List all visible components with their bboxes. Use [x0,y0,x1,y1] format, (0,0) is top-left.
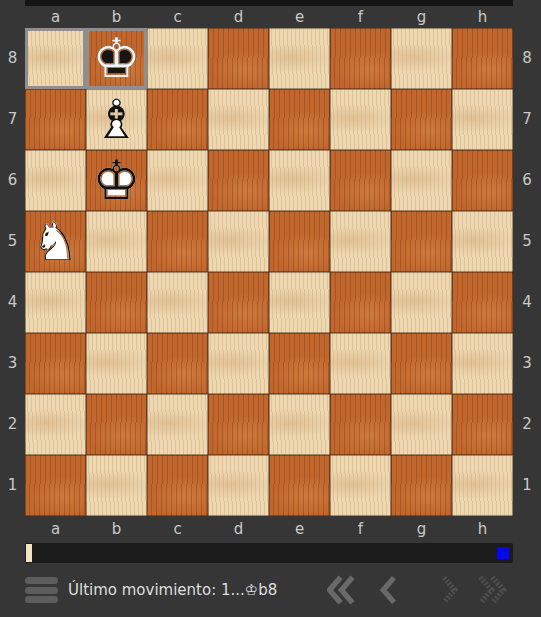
square-c6[interactable] [147,150,208,211]
square-b5[interactable] [86,211,147,272]
rank-coordinates-right: 87654321 [513,28,541,516]
file-label-b: b [86,6,147,28]
rank-label-6: 6 [0,150,25,211]
square-e1[interactable] [269,455,330,516]
square-b8[interactable]: ♚♔ [86,28,147,89]
square-c3[interactable] [147,333,208,394]
rank-label-8: 8 [513,28,541,89]
rank-label-3: 3 [513,333,541,394]
go-to-start-button[interactable] [327,572,361,608]
white-knight[interactable]: ♞♘ [25,211,86,272]
menu-button[interactable] [25,575,58,605]
square-d3[interactable] [208,333,269,394]
rank-coordinates-left: 87654321 [0,28,25,516]
square-e8[interactable] [269,28,330,89]
square-d6[interactable] [208,150,269,211]
file-label-b: b [86,516,147,542]
file-label-e: e [269,6,330,28]
square-h8[interactable] [452,28,513,89]
file-label-a: a [25,6,86,28]
rank-label-5: 5 [513,211,541,272]
square-b1[interactable] [86,455,147,516]
rank-label-2: 2 [513,394,541,455]
square-a3[interactable] [25,333,86,394]
file-label-e: e [269,516,330,542]
move-progress-bar[interactable] [25,543,513,563]
square-b4[interactable] [86,272,147,333]
file-coordinates-top: abcdefgh [25,6,513,28]
hamburger-icon [25,577,58,584]
square-d1[interactable] [208,455,269,516]
double-chevron-left-icon [327,572,361,608]
square-e2[interactable] [269,394,330,455]
square-h4[interactable] [452,272,513,333]
square-b7[interactable]: ♝♗ [86,89,147,150]
square-g2[interactable] [391,394,452,455]
square-g3[interactable] [391,333,452,394]
square-d8[interactable] [208,28,269,89]
square-f1[interactable] [330,455,391,516]
rank-label-1: 1 [513,455,541,516]
square-d2[interactable] [208,394,269,455]
square-d5[interactable] [208,211,269,272]
next-move-button[interactable] [435,572,463,608]
chevron-left-icon [375,572,403,608]
square-e4[interactable] [269,272,330,333]
rank-label-4: 4 [0,272,25,333]
white-king[interactable]: ♚♔ [86,150,147,211]
square-a7[interactable] [25,89,86,150]
square-e7[interactable] [269,89,330,150]
square-h3[interactable] [452,333,513,394]
square-g5[interactable] [391,211,452,272]
square-g4[interactable] [391,272,452,333]
square-a2[interactable] [25,394,86,455]
square-h7[interactable] [452,89,513,150]
square-f5[interactable] [330,211,391,272]
file-coordinates-bottom: abcdefgh [25,516,513,542]
file-label-h: h [452,6,513,28]
square-c4[interactable] [147,272,208,333]
square-h2[interactable] [452,394,513,455]
file-label-a: a [25,516,86,542]
white-bishop[interactable]: ♝♗ [86,89,147,150]
file-label-g: g [391,6,452,28]
square-h5[interactable] [452,211,513,272]
square-g7[interactable] [391,89,452,150]
square-f2[interactable] [330,394,391,455]
square-a6[interactable] [25,150,86,211]
rank-label-1: 1 [0,455,25,516]
square-f3[interactable] [330,333,391,394]
file-label-g: g [391,516,452,542]
square-b3[interactable] [86,333,147,394]
file-label-f: f [330,516,391,542]
file-label-d: d [208,6,269,28]
move-navigation [327,568,511,612]
square-e6[interactable] [269,150,330,211]
square-g1[interactable] [391,455,452,516]
rank-label-5: 5 [0,211,25,272]
progress-end-marker [497,547,509,559]
square-e3[interactable] [269,333,330,394]
file-label-h: h [452,516,513,542]
square-a1[interactable] [25,455,86,516]
last-move-label: Último movimiento: 1...♔b8 [68,581,277,599]
square-c7[interactable] [147,89,208,150]
square-a5[interactable]: ♞♘ [25,211,86,272]
square-c5[interactable] [147,211,208,272]
square-c1[interactable] [147,455,208,516]
rank-label-7: 7 [513,89,541,150]
square-h6[interactable] [452,150,513,211]
previous-move-button[interactable] [375,572,403,608]
square-h1[interactable] [452,455,513,516]
status-bar: Último movimiento: 1...♔b8 [0,568,541,612]
square-d4[interactable] [208,272,269,333]
black-king[interactable]: ♚♔ [86,28,147,89]
square-c8[interactable] [147,28,208,89]
square-f6[interactable] [330,150,391,211]
square-b6[interactable]: ♚♔ [86,150,147,211]
file-label-c: c [147,516,208,542]
chess-app: abcdefgh 87654321 87654321 ♚♔♝♗♚♔♞♘ abcd… [0,0,541,617]
rank-label-3: 3 [0,333,25,394]
file-label-c: c [147,6,208,28]
square-c2[interactable] [147,394,208,455]
square-g6[interactable] [391,150,452,211]
square-d7[interactable] [208,89,269,150]
rank-label-6: 6 [513,150,541,211]
chevron-right-icon [435,572,463,608]
square-f8[interactable] [330,28,391,89]
square-e5[interactable] [269,211,330,272]
file-label-d: d [208,516,269,542]
file-label-f: f [330,6,391,28]
square-a8[interactable] [25,28,86,89]
board: ♚♔♝♗♚♔♞♘ [25,28,513,516]
square-g8[interactable] [391,28,452,89]
go-to-end-button[interactable] [477,572,511,608]
progress-position-marker [26,544,32,562]
rank-label-2: 2 [0,394,25,455]
square-f4[interactable] [330,272,391,333]
double-chevron-right-icon [477,572,511,608]
square-b2[interactable] [86,394,147,455]
rank-label-4: 4 [513,272,541,333]
rank-label-8: 8 [0,28,25,89]
rank-label-7: 7 [0,89,25,150]
square-f7[interactable] [330,89,391,150]
square-a4[interactable] [25,272,86,333]
